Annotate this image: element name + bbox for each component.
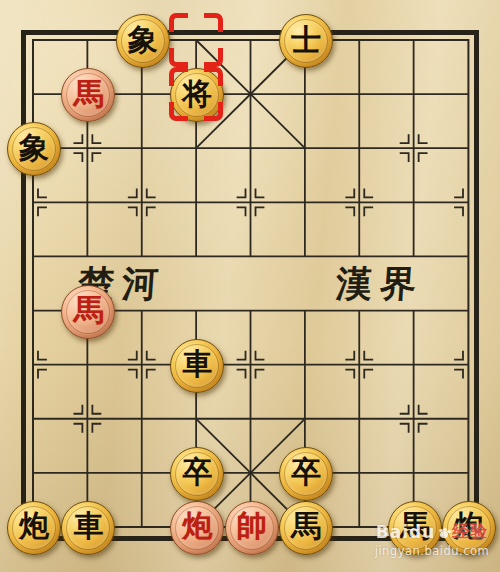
last-move-to-marker [169, 67, 223, 121]
piece-glyph: 象 [128, 20, 158, 61]
piece-glyph: 象 [19, 128, 49, 169]
piece-black-炮-c0r9[interactable]: 炮 [7, 501, 61, 555]
piece-glyph: 炮 [182, 506, 212, 547]
watermark-jingyan-text: 经验 [452, 520, 488, 543]
watermark-url: jingyan.baidu.com [366, 544, 498, 558]
watermark: Baidu 经验 jingyan.baidu.com [366, 520, 498, 558]
piece-black-車-c3r6[interactable]: 車 [170, 339, 224, 393]
piece-black-卒-c3r8[interactable]: 卒 [170, 447, 224, 501]
last-move-from-marker [169, 13, 223, 67]
piece-glyph: 炮 [19, 506, 49, 547]
piece-glyph: 卒 [291, 452, 321, 493]
piece-black-車-c1r9[interactable]: 車 [61, 501, 115, 555]
piece-black-象-c2r0[interactable]: 象 [116, 14, 170, 68]
piece-glyph: 馬 [73, 290, 103, 331]
piece-black-馬-c5r9[interactable]: 馬 [279, 501, 333, 555]
piece-glyph: 馬 [291, 506, 321, 547]
watermark-brand-line: Baidu 经验 [366, 520, 498, 543]
piece-black-士-c5r0[interactable]: 士 [279, 14, 333, 68]
piece-glyph: 車 [182, 344, 212, 385]
watermark-baidu-text: Baidu [376, 522, 436, 542]
piece-black-象-c0r2[interactable]: 象 [7, 122, 61, 176]
piece-glyph: 馬 [73, 74, 103, 115]
river-label-han-jie: 漢界 [308, 262, 451, 306]
piece-glyph: 卒 [182, 452, 212, 493]
piece-red-帥-c4r9[interactable]: 帥 [225, 501, 279, 555]
xiangqi-board-screen: 楚河 漢界 象士馬将象馬車卒卒炮車炮帥馬馬炮 Baidu 经验 jingyan.… [0, 0, 500, 572]
piece-red-炮-c3r9[interactable]: 炮 [170, 501, 224, 555]
piece-glyph: 車 [73, 506, 103, 547]
piece-red-馬-c1r5[interactable]: 馬 [61, 285, 115, 339]
piece-glyph: 士 [291, 20, 321, 61]
baidu-paw-icon [437, 526, 450, 538]
piece-black-卒-c5r8[interactable]: 卒 [279, 447, 333, 501]
piece-glyph: 帥 [237, 506, 267, 547]
